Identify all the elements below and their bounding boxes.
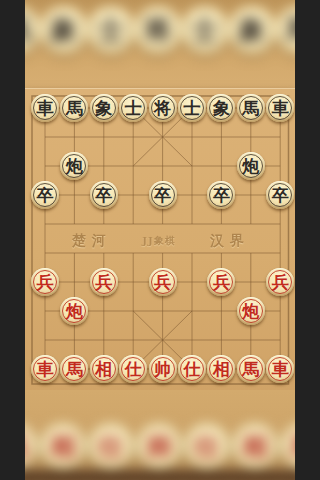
river-label-han-jie: 汉界	[210, 232, 250, 250]
piece-glyph: 兵	[37, 268, 54, 296]
piece-glyph: 車	[37, 94, 54, 122]
piece-black-general[interactable]: 将	[149, 94, 177, 122]
piece-red-cannon-right[interactable]: 炮	[237, 297, 265, 325]
blurred-piece: 相	[40, 423, 86, 469]
piece-glyph: 兵	[95, 268, 112, 296]
piece-black-advisor-right[interactable]: 士	[178, 94, 206, 122]
blurred-piece: 馬	[25, 6, 41, 54]
background-blur-top: 馬象士将士象馬	[25, 0, 295, 88]
piece-glyph: 仕	[184, 355, 201, 383]
piece-glyph: 卒	[272, 181, 289, 209]
blurred-piece: 馬	[280, 423, 295, 469]
piece-glyph: 馬	[66, 94, 83, 122]
piece-red-advisor-left[interactable]: 仕	[119, 355, 147, 383]
background-blur-bottom: 馬相仕帅仕相馬	[25, 390, 295, 480]
piece-glyph: 士	[184, 94, 201, 122]
blurred-piece: 象	[228, 6, 276, 54]
piece-glyph: 兵	[154, 268, 171, 296]
piece-glyph: 卒	[154, 181, 171, 209]
piece-red-soldier-5[interactable]: 兵	[266, 268, 294, 296]
blurred-piece: 仕	[88, 423, 134, 469]
blurred-piece: 馬	[275, 6, 295, 54]
piece-glyph: 炮	[242, 152, 259, 180]
piece-glyph: 将	[154, 94, 171, 122]
piece-black-cannon-right[interactable]: 炮	[237, 152, 265, 180]
blurred-red-pieces: 馬相仕帅仕相馬	[25, 390, 295, 480]
piece-red-soldier-2[interactable]: 兵	[90, 268, 118, 296]
piece-black-soldier-3[interactable]: 卒	[149, 181, 177, 209]
piece-glyph: 炮	[66, 297, 83, 325]
piece-red-chariot-right[interactable]: 車	[266, 355, 294, 383]
app-watermark: JJ象棋	[142, 234, 175, 248]
piece-black-soldier-1[interactable]: 卒	[31, 181, 59, 209]
piece-glyph: 車	[272, 94, 289, 122]
blurred-piece: 帅	[136, 423, 182, 469]
blurred-piece: 象	[40, 6, 88, 54]
piece-red-horse-right[interactable]: 馬	[237, 355, 265, 383]
piece-black-soldier-5[interactable]: 卒	[266, 181, 294, 209]
piece-black-chariot-right[interactable]: 車	[266, 94, 294, 122]
piece-glyph: 車	[37, 355, 54, 383]
piece-glyph: 士	[125, 94, 142, 122]
blurred-piece: 仕	[184, 423, 230, 469]
piece-glyph: 卒	[213, 181, 230, 209]
piece-glyph: 炮	[242, 297, 259, 325]
piece-black-chariot-left[interactable]: 車	[31, 94, 59, 122]
piece-glyph: 卒	[37, 181, 54, 209]
piece-glyph: 仕	[125, 355, 142, 383]
xiangqi-board[interactable]: 楚河 JJ象棋 汉界 車馬象士将士象馬車炮炮卒卒卒卒卒兵兵兵兵兵炮炮車馬相仕帅仕…	[25, 88, 295, 391]
blurred-piece: 士	[181, 6, 229, 54]
piece-glyph: 相	[95, 355, 112, 383]
piece-glyph: 卒	[95, 181, 112, 209]
piece-glyph: 象	[95, 94, 112, 122]
river-label-chu-he: 楚河	[72, 232, 112, 250]
xiangqi-app-screen: 馬象士将士象馬 楚河 JJ象棋 汉界 車馬象士将士象馬車炮炮卒卒卒卒卒兵兵兵兵兵…	[25, 0, 295, 480]
blurred-piece: 馬	[25, 423, 38, 469]
table-edge	[25, 470, 295, 480]
piece-glyph: 炮	[66, 152, 83, 180]
piece-black-elephant-left[interactable]: 象	[90, 94, 118, 122]
blurred-piece: 士	[87, 6, 135, 54]
piece-glyph: 馬	[242, 94, 259, 122]
piece-red-soldier-3[interactable]: 兵	[149, 268, 177, 296]
piece-glyph: 象	[213, 94, 230, 122]
piece-red-chariot-left[interactable]: 車	[31, 355, 59, 383]
piece-red-general[interactable]: 帅	[149, 355, 177, 383]
blurred-piece: 将	[134, 6, 182, 54]
piece-red-advisor-right[interactable]: 仕	[178, 355, 206, 383]
piece-black-horse-right[interactable]: 馬	[237, 94, 265, 122]
piece-red-elephant-left[interactable]: 相	[90, 355, 118, 383]
piece-glyph: 馬	[66, 355, 83, 383]
piece-black-soldier-2[interactable]: 卒	[90, 181, 118, 209]
piece-red-soldier-1[interactable]: 兵	[31, 268, 59, 296]
piece-glyph: 兵	[213, 268, 230, 296]
piece-black-advisor-left[interactable]: 士	[119, 94, 147, 122]
piece-glyph: 車	[272, 355, 289, 383]
piece-glyph: 兵	[272, 268, 289, 296]
piece-glyph: 相	[213, 355, 230, 383]
blurred-black-pieces: 馬象士将士象馬	[25, 0, 295, 88]
blurred-piece: 相	[232, 423, 278, 469]
piece-glyph: 帅	[154, 355, 171, 383]
piece-glyph: 馬	[242, 355, 259, 383]
